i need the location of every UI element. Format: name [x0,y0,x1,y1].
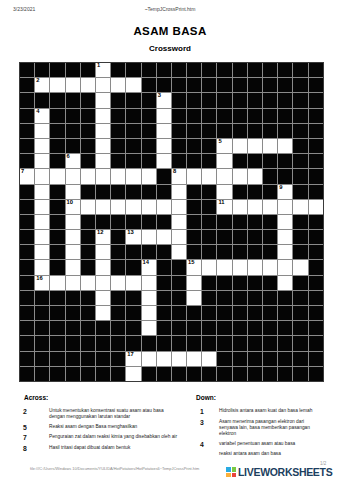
grid-cell-white[interactable] [111,78,125,92]
grid-cell-white[interactable] [217,154,231,168]
grid-cell-black [50,321,64,335]
grid-cell-black [233,276,247,290]
grid-cell-white[interactable] [157,352,171,366]
grid-cell-white[interactable] [50,276,64,290]
grid-cell-white[interactable] [66,215,80,229]
grid-cell-white[interactable] [202,352,216,366]
grid-cell-white[interactable]: 6 [66,154,80,168]
grid-cell-black [126,215,140,229]
grid-cell-black [293,336,307,350]
grid-cell-black [142,154,156,168]
brand-color-square [232,467,237,472]
grid-cell-white[interactable] [66,260,80,274]
grid-cell-black [187,78,201,92]
grid-cell-black [126,185,140,199]
grid-cell-black [263,93,277,107]
grid-cell-black [142,245,156,259]
grid-cell-black [20,78,34,92]
grid-cell-black [263,78,277,92]
grid-cell-white[interactable] [157,154,171,168]
grid-cell-black [142,109,156,123]
grid-clue-number: 17 [127,352,133,358]
grid-cell-black [233,352,247,366]
clue-item-number [196,451,219,457]
grid-cell-white[interactable]: 2 [35,78,49,92]
grid-cell-black [126,291,140,305]
grid-cell-black [96,336,110,350]
grid-cell-black [81,245,95,259]
grid-cell-black [202,215,216,229]
grid-cell-black [172,321,186,335]
grid-cell-white[interactable] [66,78,80,92]
liveworksheets-logo: LIVEWORKSHEETS [226,466,332,478]
grid-cell-white[interactable] [278,230,292,244]
grid-clue-number: 10 [67,200,73,206]
grid-cell-black [309,154,323,168]
grid-cell-black [233,245,247,259]
grid-cell-white[interactable] [111,276,125,290]
grid-cell-black [172,63,186,77]
grid-cell-black [233,154,247,168]
grid-cell-white[interactable] [81,276,95,290]
grid-cell-black [126,63,140,77]
grid-cell-white[interactable] [233,139,247,153]
grid-cell-black [50,185,64,199]
grid-cell-black [309,109,323,123]
grid-cell-white[interactable] [96,169,110,183]
clue-item-text: variabel penentuan asam atau basa [219,441,321,448]
grid-cell-black [202,154,216,168]
grid-cell-white[interactable] [293,260,307,274]
grid-cell-black [263,291,277,305]
clue-item-number: 3 [196,419,219,438]
grid-cell-white[interactable] [187,291,201,305]
grid-cell-black [309,321,323,335]
grid-cell-white[interactable]: 15 [187,260,201,274]
grid-cell-white[interactable] [248,260,262,274]
grid-cell-black [293,124,307,138]
grid-cell-white[interactable] [35,185,49,199]
grid-cell-black [202,245,216,259]
grid-cell-black [157,169,171,183]
grid-cell-black [96,185,110,199]
grid-cell-black [66,367,80,381]
grid-cell-white[interactable] [293,200,307,214]
grid-cell-white[interactable] [187,352,201,366]
grid-cell-black [111,215,125,229]
clue-item-text: reaksi antara asam dan basa [219,451,321,457]
grid-cell-white[interactable] [126,78,140,92]
grid-cell-white[interactable] [263,260,277,274]
grid-cell-white[interactable] [96,124,110,138]
grid-cell-white[interactable] [66,276,80,290]
grid-cell-black [293,63,307,77]
grid-cell-white[interactable] [35,200,49,214]
grid-cell-white[interactable] [278,200,292,214]
grid-cell-black [217,367,231,381]
grid-cell-white[interactable] [96,276,110,290]
grid-clue-number: 9 [279,185,282,191]
grid-clue-number: 13 [127,230,133,236]
grid-cell-white[interactable]: 14 [142,260,156,274]
grid-cell-white[interactable] [111,169,125,183]
grid-cell-black [187,139,201,153]
grid-cell-black [111,185,125,199]
grid-cell-black [157,215,171,229]
grid-cell-white[interactable]: 4 [35,109,49,123]
across-clues: Across: 2Untuk menentukan konsentrasi su… [21,394,181,455]
grid-cell-white[interactable] [172,245,186,259]
grid-cell-black [50,367,64,381]
grid-cell-black [50,200,64,214]
grid-clue-number: 2 [36,78,39,84]
grid-cell-black [66,306,80,320]
grid-cell-white[interactable] [96,154,110,168]
grid-cell-black [111,336,125,350]
grid-cell-white[interactable] [35,124,49,138]
grid-cell-black [293,352,307,366]
grid-cell-black [50,230,64,244]
grid-cell-black [96,367,110,381]
grid-cell-white[interactable] [50,169,64,183]
grid-cell-black [217,306,231,320]
grid-cell-white[interactable]: 7 [20,169,34,183]
grid-cell-black [172,291,186,305]
grid-cell-white[interactable] [96,109,110,123]
grid-cell-white[interactable] [278,139,292,153]
grid-cell-white[interactable] [233,200,247,214]
grid-cell-black [278,109,292,123]
grid-cell-white[interactable] [111,200,125,214]
grid-cell-white[interactable] [248,139,262,153]
grid-cell-black [66,352,80,366]
grid-cell-black [66,93,80,107]
grid-cell-black [293,154,307,168]
grid-cell-white[interactable] [66,230,80,244]
grid-cell-white[interactable] [278,276,292,290]
grid-cell-black [35,306,49,320]
grid-cell-black [172,367,186,381]
grid-cell-white[interactable] [278,260,292,274]
grid-cell-white[interactable] [96,245,110,259]
grid-cell-black [293,78,307,92]
grid-cell-black [172,154,186,168]
grid-cell-white[interactable] [96,306,110,320]
grid-clue-number: 7 [21,169,24,175]
grid-cell-black [217,245,231,259]
grid-cell-white[interactable] [202,260,216,274]
grid-cell-black [263,215,277,229]
grid-cell-black [20,215,34,229]
grid-cell-white[interactable] [126,276,140,290]
grid-cell-white[interactable] [278,215,292,229]
grid-cell-black [50,306,64,320]
grid-cell-white[interactable]: 13 [126,230,140,244]
grid-cell-white[interactable] [35,245,49,259]
file-path: file:///C:/Users/Windows 10/Documents/YU… [30,466,199,471]
grid-cell-black [111,109,125,123]
grid-cell-white[interactable] [35,139,49,153]
grid-cell-white[interactable] [157,109,171,123]
grid-cell-white[interactable] [248,200,262,214]
grid-cell-black [172,276,186,290]
grid-cell-white[interactable] [172,185,186,199]
grid-cell-white[interactable]: 3 [157,93,171,107]
grid-cell-white[interactable]: 16 [35,276,49,290]
grid-clue-number: 12 [97,230,103,236]
grid-cell-black [66,291,80,305]
grid-cell-black [111,124,125,138]
grid-cell-black [50,291,64,305]
grid-cell-black [50,63,64,77]
grid-cell-black [157,260,171,274]
grid-cell-white[interactable] [81,169,95,183]
grid-cell-white[interactable] [35,260,49,274]
grid-cell-black [309,245,323,259]
grid-cell-white[interactable] [217,169,231,183]
grid-cell-black [20,154,34,168]
grid-cell-black [293,230,307,244]
grid-cell-black [263,230,277,244]
brand-color-square [232,473,237,478]
grid-cell-black [263,276,277,290]
grid-cell-black [157,291,171,305]
grid-cell-black [20,93,34,107]
grid-cell-black [309,276,323,290]
grid-cell-black [278,321,292,335]
grid-clue-number: 14 [143,260,149,266]
grid-cell-black [248,109,262,123]
grid-cell-white[interactable] [96,260,110,274]
grid-cell-black [50,93,64,107]
grid-cell-black [111,245,125,259]
grid-cell-black [309,124,323,138]
grid-cell-black [217,215,231,229]
grid-cell-white[interactable] [142,230,156,244]
grid-cell-white[interactable] [172,200,186,214]
grid-cell-black [157,336,171,350]
grid-cell-white[interactable] [142,352,156,366]
grid-cell-black [142,185,156,199]
grid-cell-black [217,336,231,350]
grid-cell-white[interactable] [126,200,140,214]
grid-cell-white[interactable] [233,260,247,274]
grid-cell-white[interactable] [202,169,216,183]
grid-cell-white[interactable] [187,276,201,290]
clue-item: reaksi antara asam dan basa [196,451,322,457]
grid-cell-white[interactable] [96,139,110,153]
grid-cell-black [172,336,186,350]
grid-cell-white[interactable] [157,139,171,153]
grid-cell-white[interactable] [66,185,80,199]
grid-cell-black [20,336,34,350]
grid-cell-black [126,260,140,274]
grid-cell-black [248,367,262,381]
document-title: ~TempJCrossPrint.htm [0,6,340,12]
grid-cell-black [81,367,95,381]
grid-cell-black [111,139,125,153]
grid-cell-white[interactable]: 1 [96,63,110,77]
clue-item: 7Penguraian zat dalam reaksi kimia yang … [21,434,181,441]
grid-cell-white[interactable] [66,169,80,183]
grid-cell-white[interactable] [35,154,49,168]
grid-cell-white[interactable]: 12 [96,230,110,244]
grid-cell-white[interactable] [126,367,140,381]
grid-cell-black [20,124,34,138]
grid-cell-white[interactable]: 8 [172,169,186,183]
grid-cell-white[interactable]: 11 [217,200,231,214]
grid-cell-black [263,245,277,259]
grid-cell-white[interactable] [142,306,156,320]
grid-cell-black [278,306,292,320]
grid-clue-number: 16 [36,276,42,282]
grid-cell-black [309,139,323,153]
grid-cell-black [35,336,49,350]
grid-cell-white[interactable] [309,200,323,214]
grid-cell-white[interactable] [248,169,262,183]
grid-cell-white[interactable] [217,260,231,274]
grid-cell-white[interactable] [157,124,171,138]
grid-cell-white[interactable] [263,139,277,153]
grid-cell-white[interactable] [142,291,156,305]
grid-cell-black [187,109,201,123]
grid-cell-black [66,63,80,77]
grid-cell-white[interactable]: 17 [126,352,140,366]
grid-cell-white[interactable] [187,169,201,183]
grid-cell-white[interactable] [172,230,186,244]
grid-cell-white[interactable]: 5 [217,139,231,153]
grid-cell-white[interactable] [96,291,110,305]
clue-item-text: Hasil tritasi dapat dibuat dalam bentuk [49,445,177,452]
grid-cell-black [142,139,156,153]
grid-cell-white[interactable] [142,169,156,183]
down-list: 1Hidrolisis antara asam kuat dan basa le… [196,408,322,457]
grid-cell-white[interactable]: 10 [66,200,80,214]
grid-cell-black [278,291,292,305]
grid-cell-black [293,169,307,183]
grid-cell-black [187,154,201,168]
grid-cell-black [81,93,95,107]
grid-cell-black [293,291,307,305]
grid-cell-black [202,124,216,138]
clue-item-number: 8 [21,445,49,452]
grid-cell-white[interactable] [142,276,156,290]
grid-cell-white[interactable] [35,169,49,183]
grid-cell-white[interactable] [172,215,186,229]
clue-item-number: 2 [21,408,49,420]
grid-cell-black [126,154,140,168]
grid-cell-black [187,63,201,77]
grid-cell-white[interactable] [81,200,95,214]
grid-cell-black [142,124,156,138]
grid-cell-black [187,185,201,199]
grid-cell-white[interactable] [142,200,156,214]
grid-cell-white[interactable] [233,169,247,183]
grid-cell-white[interactable] [157,230,171,244]
grid-cell-black [126,93,140,107]
grid-cell-black [248,321,262,335]
grid-cell-black [248,93,262,107]
grid-cell-black [309,169,323,183]
grid-cell-black [233,109,247,123]
grid-cell-black [126,245,140,259]
grid-cell-black [248,215,262,229]
grid-cell-black [111,306,125,320]
grid-cell-black [50,124,64,138]
grid-cell-black [248,245,262,259]
grid-cell-white[interactable] [96,93,110,107]
grid-clue-number: 5 [218,139,221,145]
grid-cell-black [263,154,277,168]
grid-cell-white[interactable] [217,185,231,199]
grid-cell-black [309,78,323,92]
grid-cell-black [263,306,277,320]
clue-item: 8Hasil tritasi dapat dibuat dalam bentuk [21,445,181,452]
grid-cell-white[interactable] [35,230,49,244]
grid-cell-black [187,336,201,350]
down-heading: Down: [196,394,322,401]
grid-cell-white[interactable] [66,245,80,259]
grid-cell-black [126,306,140,320]
grid-cell-black [248,336,262,350]
grid-cell-white[interactable] [35,215,49,229]
grid-cell-black [293,185,307,199]
clue-item-text: Penguraian zat dalam reaksi kimia yang d… [49,434,177,441]
grid-clue-number: 11 [218,200,224,206]
brand-color-square [226,467,231,472]
grid-cell-black [35,291,49,305]
grid-cell-black [263,367,277,381]
grid-cell-black [20,352,34,366]
grid-cell-black [157,78,171,92]
grid-cell-black [142,336,156,350]
grid-clue-number: 15 [188,260,194,266]
grid-cell-white[interactable] [142,321,156,335]
grid-cell-black [50,154,64,168]
grid-cell-white[interactable] [263,200,277,214]
grid-cell-white[interactable] [126,169,140,183]
grid-cell-white[interactable] [50,78,64,92]
grid-cell-black [172,78,186,92]
grid-cell-white[interactable] [81,78,95,92]
grid-cell-black [20,185,34,199]
clue-item-number: 5 [21,424,49,431]
grid-cell-white[interactable] [96,78,110,92]
grid-cell-black [278,63,292,77]
grid-clue-number: 6 [67,154,70,160]
grid-cell-white[interactable] [278,245,292,259]
grid-cell-black [309,215,323,229]
grid-cell-white[interactable] [172,352,186,366]
grid-cell-black [248,306,262,320]
grid-cell-black [248,124,262,138]
grid-cell-black [20,109,34,123]
grid-cell-black [157,276,171,290]
grid-cell-white[interactable]: 9 [278,185,292,199]
grid-cell-white[interactable] [157,200,171,214]
page-subtitle: Crossword [0,44,340,53]
grid-cell-black [50,352,64,366]
grid-cell-black [202,230,216,244]
grid-cell-black [172,109,186,123]
brand-color-square [226,473,231,478]
grid-cell-black [293,139,307,153]
grid-cell-white[interactable] [96,200,110,214]
grid-cell-black [233,336,247,350]
grid-cell-black [202,63,216,77]
grid-cell-black [35,63,49,77]
grid-cell-black [293,93,307,107]
